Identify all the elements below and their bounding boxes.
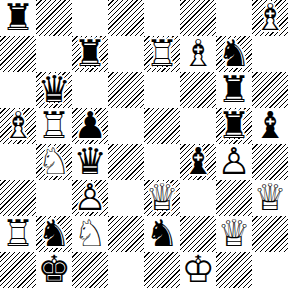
piece-white-pawn: ♙ <box>72 180 108 216</box>
square-g2[interactable]: ♛♕ <box>216 216 252 252</box>
square-b7[interactable] <box>36 36 72 72</box>
square-g1[interactable] <box>216 252 252 288</box>
piece-halo: ♝ <box>180 36 216 72</box>
square-g3[interactable] <box>216 180 252 216</box>
square-a2[interactable]: ♜♖ <box>0 216 36 252</box>
square-d7[interactable] <box>108 36 144 72</box>
square-b2[interactable]: ♞♞ <box>36 216 72 252</box>
square-h3[interactable]: ♛♕ <box>252 180 288 216</box>
piece-white-bishop: ♗ <box>252 0 288 36</box>
square-b6[interactable]: ♛♛ <box>36 72 72 108</box>
piece-black-queen: ♛ <box>72 144 108 180</box>
square-h5[interactable]: ♝♝ <box>252 108 288 144</box>
piece-halo: ♟ <box>72 180 108 216</box>
square-f8[interactable] <box>180 0 216 36</box>
square-f7[interactable]: ♝♗ <box>180 36 216 72</box>
square-h1[interactable] <box>252 252 288 288</box>
piece-halo: ♝ <box>180 144 216 180</box>
piece-white-rook: ♖ <box>36 108 72 144</box>
piece-white-queen: ♕ <box>144 180 180 216</box>
piece-black-bishop: ♝ <box>252 108 288 144</box>
piece-black-rook: ♜ <box>72 36 108 72</box>
piece-black-rook: ♜ <box>216 72 252 108</box>
piece-halo: ♜ <box>72 36 108 72</box>
piece-black-queen: ♛ <box>36 72 72 108</box>
piece-halo: ♛ <box>144 180 180 216</box>
square-a6[interactable] <box>0 72 36 108</box>
square-b5[interactable]: ♜♖ <box>36 108 72 144</box>
piece-white-queen: ♕ <box>216 216 252 252</box>
piece-halo: ♚ <box>36 252 72 288</box>
square-h2[interactable] <box>252 216 288 252</box>
square-e3[interactable]: ♛♕ <box>144 180 180 216</box>
piece-black-rook: ♜ <box>216 108 252 144</box>
piece-halo: ♟ <box>216 144 252 180</box>
square-a1[interactable] <box>0 252 36 288</box>
square-e5[interactable] <box>144 108 180 144</box>
square-b1[interactable]: ♚♚ <box>36 252 72 288</box>
square-d3[interactable] <box>108 180 144 216</box>
piece-halo: ♚ <box>180 252 216 288</box>
piece-black-rook: ♜ <box>0 0 36 36</box>
piece-halo: ♜ <box>144 36 180 72</box>
piece-halo: ♞ <box>36 144 72 180</box>
piece-halo: ♜ <box>36 108 72 144</box>
square-e7[interactable]: ♜♖ <box>144 36 180 72</box>
piece-halo: ♜ <box>216 72 252 108</box>
piece-white-queen: ♕ <box>252 180 288 216</box>
square-h4[interactable] <box>252 144 288 180</box>
square-e2[interactable]: ♞♞ <box>144 216 180 252</box>
piece-halo: ♜ <box>216 108 252 144</box>
piece-halo: ♝ <box>252 0 288 36</box>
piece-black-pawn: ♟ <box>72 108 108 144</box>
square-a5[interactable]: ♝♗ <box>0 108 36 144</box>
square-c2[interactable]: ♞♘ <box>72 216 108 252</box>
square-f2[interactable] <box>180 216 216 252</box>
piece-halo: ♛ <box>72 144 108 180</box>
square-b3[interactable] <box>36 180 72 216</box>
square-g5[interactable]: ♜♜ <box>216 108 252 144</box>
square-h7[interactable] <box>252 36 288 72</box>
square-h8[interactable]: ♝♗ <box>252 0 288 36</box>
piece-halo: ♞ <box>72 216 108 252</box>
square-e4[interactable] <box>144 144 180 180</box>
square-g4[interactable]: ♟♙ <box>216 144 252 180</box>
piece-halo: ♛ <box>36 72 72 108</box>
square-g8[interactable] <box>216 0 252 36</box>
square-d6[interactable] <box>108 72 144 108</box>
piece-black-knight: ♞ <box>36 216 72 252</box>
square-f4[interactable]: ♝♝ <box>180 144 216 180</box>
piece-black-king: ♚ <box>36 252 72 288</box>
piece-halo: ♞ <box>36 216 72 252</box>
square-e6[interactable] <box>144 72 180 108</box>
piece-white-pawn: ♙ <box>216 144 252 180</box>
square-b8[interactable] <box>36 0 72 36</box>
piece-halo: ♛ <box>216 216 252 252</box>
square-a8[interactable]: ♜♜ <box>0 0 36 36</box>
piece-halo: ♜ <box>0 216 36 252</box>
square-d5[interactable] <box>108 108 144 144</box>
piece-halo: ♝ <box>252 108 288 144</box>
piece-halo: ♝ <box>0 108 36 144</box>
square-e8[interactable] <box>144 0 180 36</box>
square-g6[interactable]: ♜♜ <box>216 72 252 108</box>
piece-white-knight: ♘ <box>36 144 72 180</box>
square-a4[interactable] <box>0 144 36 180</box>
piece-halo: ♛ <box>252 180 288 216</box>
square-c6[interactable] <box>72 72 108 108</box>
square-f1[interactable]: ♚♔ <box>180 252 216 288</box>
square-e1[interactable] <box>144 252 180 288</box>
square-a7[interactable] <box>0 36 36 72</box>
square-g7[interactable]: ♞♞ <box>216 36 252 72</box>
square-f6[interactable] <box>180 72 216 108</box>
piece-halo: ♟ <box>72 108 108 144</box>
square-d4[interactable] <box>108 144 144 180</box>
piece-black-knight: ♞ <box>216 36 252 72</box>
piece-black-bishop: ♝ <box>180 144 216 180</box>
square-b4[interactable]: ♞♘ <box>36 144 72 180</box>
piece-halo: ♜ <box>0 0 36 36</box>
piece-white-bishop: ♗ <box>180 36 216 72</box>
square-d1[interactable] <box>108 252 144 288</box>
piece-white-rook: ♖ <box>0 216 36 252</box>
square-f3[interactable] <box>180 180 216 216</box>
piece-white-knight: ♘ <box>72 216 108 252</box>
piece-black-knight: ♞ <box>144 216 180 252</box>
square-c1[interactable] <box>72 252 108 288</box>
square-a3[interactable] <box>0 180 36 216</box>
chess-board: ♜♜♝♗♜♜♜♖♝♗♞♞♛♛♜♜♝♗♜♖♟♟♜♜♝♝♞♘♛♛♝♝♟♙♟♙♛♕♛♕… <box>0 0 288 288</box>
piece-white-king: ♔ <box>180 252 216 288</box>
piece-white-rook: ♖ <box>144 36 180 72</box>
square-d2[interactable] <box>108 216 144 252</box>
square-c5[interactable]: ♟♟ <box>72 108 108 144</box>
square-c4[interactable]: ♛♛ <box>72 144 108 180</box>
square-c7[interactable]: ♜♜ <box>72 36 108 72</box>
square-d8[interactable] <box>108 0 144 36</box>
square-c3[interactable]: ♟♙ <box>72 180 108 216</box>
piece-halo: ♞ <box>216 36 252 72</box>
square-h6[interactable] <box>252 72 288 108</box>
square-f5[interactable] <box>180 108 216 144</box>
piece-halo: ♞ <box>144 216 180 252</box>
piece-white-bishop: ♗ <box>0 108 36 144</box>
square-c8[interactable] <box>72 0 108 36</box>
